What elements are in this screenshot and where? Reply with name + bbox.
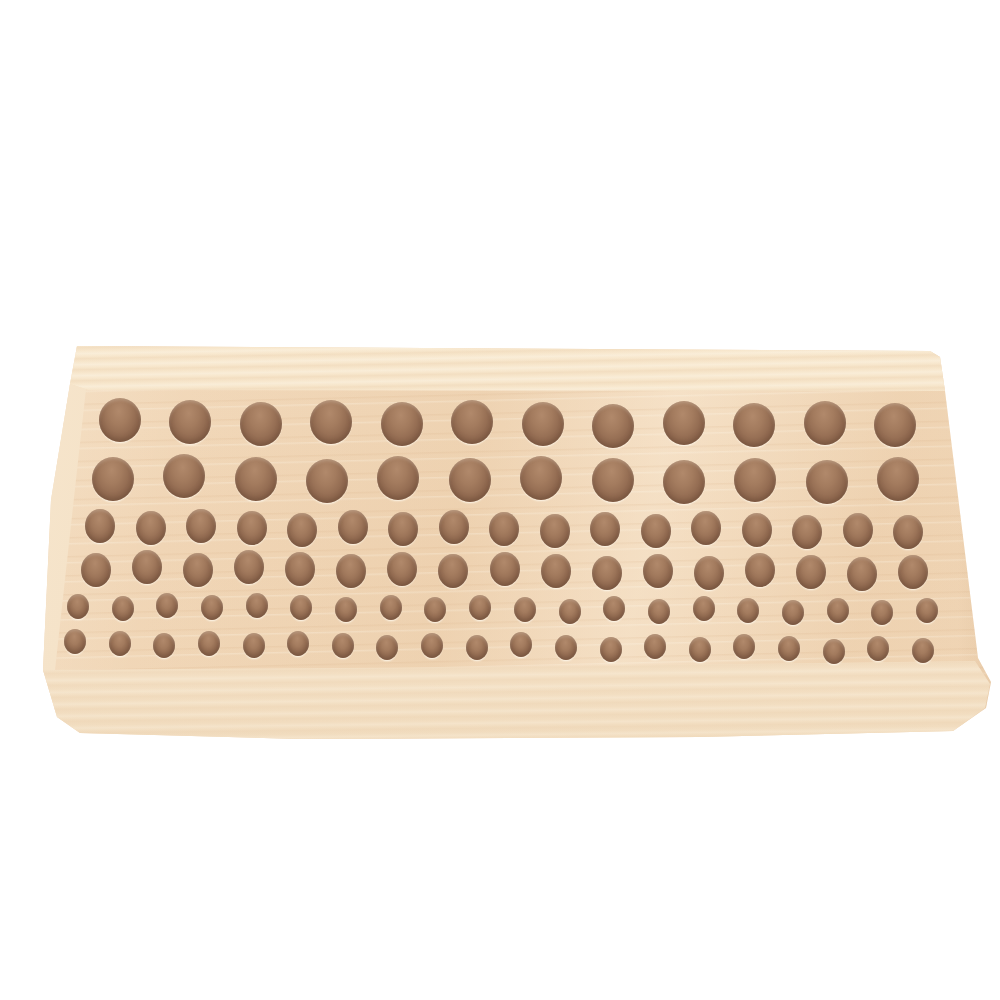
drilled-hole — [691, 511, 721, 545]
drilled-hole — [734, 458, 776, 502]
drilled-hole — [99, 398, 141, 442]
drilled-hole — [438, 554, 468, 588]
drilled-hole — [540, 514, 570, 548]
drilled-hole — [310, 400, 352, 444]
drilled-hole — [153, 633, 175, 658]
drilled-hole — [644, 634, 666, 659]
drilled-hole — [867, 636, 889, 661]
drilled-hole — [514, 597, 536, 622]
drilled-hole — [439, 510, 469, 544]
drilled-hole — [285, 552, 315, 586]
drilled-hole — [737, 598, 759, 623]
drilled-hole — [306, 459, 348, 503]
drilled-hole — [782, 600, 804, 625]
drilled-hole — [449, 458, 491, 502]
drilled-hole — [489, 512, 519, 546]
drilled-hole — [388, 512, 418, 546]
drilled-hole — [183, 553, 213, 587]
drilled-hole — [169, 400, 211, 444]
drilled-hole — [559, 599, 581, 624]
drilled-hole — [796, 555, 826, 589]
drilled-holes-grid — [0, 0, 1000, 1000]
drilled-hole — [733, 634, 755, 659]
drilled-hole — [827, 598, 849, 623]
drilled-hole — [336, 554, 366, 588]
drilled-hole — [109, 631, 131, 656]
drilled-hole — [240, 402, 282, 446]
drilled-hole — [237, 511, 267, 545]
drilled-hole — [338, 510, 368, 544]
drilled-hole — [555, 635, 577, 660]
drilled-hole — [67, 594, 89, 619]
drilled-hole — [380, 595, 402, 620]
drilled-hole — [874, 403, 916, 447]
drilled-hole — [510, 632, 532, 657]
drilled-hole — [590, 512, 620, 546]
drilled-hole — [592, 404, 634, 448]
drilled-hole — [332, 633, 354, 658]
drilled-hole — [246, 593, 268, 618]
drilled-hole — [64, 629, 86, 654]
drilled-hole — [287, 513, 317, 547]
drilled-hole — [592, 556, 622, 590]
drilled-hole — [745, 553, 775, 587]
drilled-hole — [663, 460, 705, 504]
drilled-hole — [520, 456, 562, 500]
product-photo — [0, 0, 1000, 1000]
drilled-hole — [600, 637, 622, 662]
drilled-hole — [198, 631, 220, 656]
drilled-hole — [234, 550, 264, 584]
drilled-hole — [916, 598, 938, 623]
drilled-hole — [893, 515, 923, 549]
drilled-hole — [424, 597, 446, 622]
drilled-hole — [912, 638, 934, 663]
drilled-hole — [877, 457, 919, 501]
drilled-hole — [112, 596, 134, 621]
drilled-hole — [603, 596, 625, 621]
drilled-hole — [469, 595, 491, 620]
drilled-hole — [806, 460, 848, 504]
drilled-hole — [290, 595, 312, 620]
drilled-hole — [522, 402, 564, 446]
drilled-hole — [81, 553, 111, 587]
drilled-hole — [541, 554, 571, 588]
drilled-hole — [235, 457, 277, 501]
drilled-hole — [186, 509, 216, 543]
drilled-hole — [641, 514, 671, 548]
drilled-hole — [792, 515, 822, 549]
drilled-hole — [843, 513, 873, 547]
drilled-hole — [592, 458, 634, 502]
drilled-hole — [381, 402, 423, 446]
drilled-hole — [804, 401, 846, 445]
drilled-hole — [287, 631, 309, 656]
drilled-hole — [694, 556, 724, 590]
drilled-hole — [451, 400, 493, 444]
drilled-hole — [871, 600, 893, 625]
drilled-hole — [201, 595, 223, 620]
drilled-hole — [421, 633, 443, 658]
drilled-hole — [648, 599, 670, 624]
drilled-hole — [92, 457, 134, 501]
drilled-hole — [132, 550, 162, 584]
drilled-hole — [85, 509, 115, 543]
drilled-hole — [898, 555, 928, 589]
drilled-hole — [243, 633, 265, 658]
drilled-hole — [663, 401, 705, 445]
drilled-hole — [778, 636, 800, 661]
drilled-hole — [490, 552, 520, 586]
drilled-hole — [136, 511, 166, 545]
drilled-hole — [742, 513, 772, 547]
drilled-hole — [643, 554, 673, 588]
drilled-hole — [689, 637, 711, 662]
drilled-hole — [823, 639, 845, 664]
drilled-hole — [387, 552, 417, 586]
drilled-hole — [163, 454, 205, 498]
drilled-hole — [335, 597, 357, 622]
drilled-hole — [733, 403, 775, 447]
drilled-hole — [847, 557, 877, 591]
drilled-hole — [693, 596, 715, 621]
drilled-hole — [377, 456, 419, 500]
drilled-hole — [466, 635, 488, 660]
drilled-hole — [376, 635, 398, 660]
drilled-hole — [156, 593, 178, 618]
